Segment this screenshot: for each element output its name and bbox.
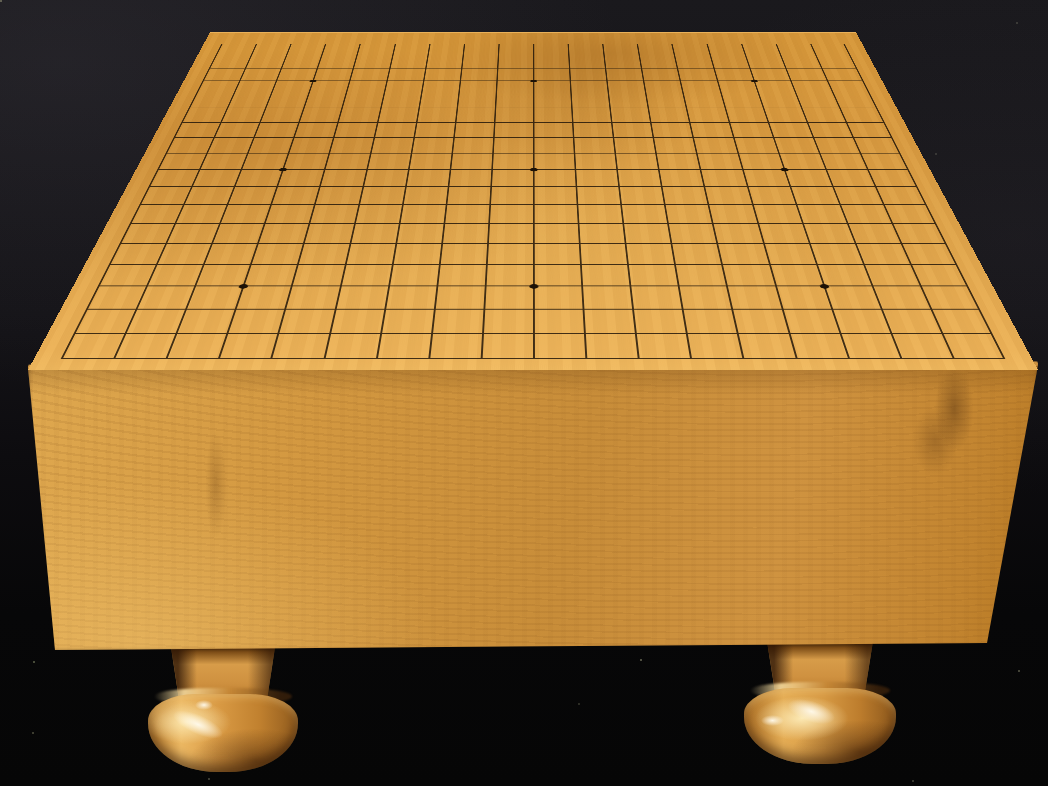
grid-cell[interactable]: [635, 333, 690, 359]
grid-cell[interactable]: [487, 223, 533, 243]
grid-cell[interactable]: [384, 286, 436, 309]
grid-cell[interactable]: [780, 56, 821, 68]
grid-cell[interactable]: [611, 122, 653, 137]
grid-cell[interactable]: [376, 333, 431, 359]
grid-cell[interactable]: [195, 264, 251, 286]
grid-cell[interactable]: [753, 81, 795, 94]
grid-cell[interactable]: [630, 286, 682, 309]
grid-cell[interactable]: [416, 108, 457, 122]
grid-cell[interactable]: [680, 81, 720, 94]
grid-cell[interactable]: [671, 243, 722, 264]
grid-cell[interactable]: [349, 223, 398, 243]
grid-cell[interactable]: [490, 169, 533, 186]
grid-cell[interactable]: [450, 153, 493, 169]
grid-cell[interactable]: [345, 243, 396, 264]
grid-cell[interactable]: [233, 81, 276, 94]
grid-cell[interactable]: [436, 264, 486, 286]
grid-cell[interactable]: [767, 122, 812, 137]
grid-cell[interactable]: [183, 186, 234, 204]
grid-cell[interactable]: [458, 81, 496, 94]
grid-cell[interactable]: [239, 68, 281, 81]
grid-cell[interactable]: [405, 169, 450, 186]
grid-cell[interactable]: [413, 122, 455, 137]
grid-cell[interactable]: [254, 122, 299, 137]
grid-cell[interactable]: [643, 81, 683, 94]
grid-cell[interactable]: [319, 169, 366, 186]
grid-cell[interactable]: [655, 153, 700, 169]
grid-cell[interactable]: [615, 153, 659, 169]
grid-cell[interactable]: [533, 68, 570, 81]
grid-cell[interactable]: [674, 264, 726, 286]
grid-cell[interactable]: [752, 204, 802, 223]
grid-cell[interactable]: [810, 44, 851, 56]
grid-cell[interactable]: [717, 243, 769, 264]
grid-cell[interactable]: [324, 153, 369, 169]
grid-cell[interactable]: [488, 204, 533, 223]
grid-cell[interactable]: [199, 153, 247, 169]
grid-cell[interactable]: [696, 153, 741, 169]
grid-cell[interactable]: [276, 68, 317, 81]
grid-cell[interactable]: [533, 169, 576, 186]
grid-cell[interactable]: [708, 204, 757, 223]
grid-cell[interactable]: [653, 137, 696, 153]
grid-cell[interactable]: [451, 137, 493, 153]
grid-cell[interactable]: [392, 44, 429, 56]
grid-cell[interactable]: [778, 153, 825, 169]
star-point: [819, 284, 830, 289]
grid-cell[interactable]: [667, 223, 716, 243]
grid-cell[interactable]: [620, 204, 667, 223]
grid-cell[interactable]: [338, 108, 380, 122]
grid-cell[interactable]: [609, 108, 650, 122]
grid-cell[interactable]: [446, 186, 491, 204]
grid-cell[interactable]: [271, 333, 329, 359]
grid-cell[interactable]: [700, 169, 747, 186]
grid-cell[interactable]: [795, 94, 839, 108]
star-point: [780, 168, 789, 171]
grid-cell[interactable]: [575, 169, 619, 186]
grid-cell[interactable]: [439, 243, 487, 264]
grid-cell[interactable]: [203, 68, 245, 81]
grid-cell[interactable]: [321, 44, 360, 56]
grid-cell[interactable]: [783, 169, 832, 186]
grid-cell[interactable]: [486, 243, 533, 264]
grid-cell[interactable]: [891, 223, 946, 243]
grid-cell[interactable]: [166, 333, 227, 359]
grid-cell[interactable]: [533, 286, 583, 309]
grid-cell[interactable]: [533, 108, 572, 122]
grid-cell[interactable]: [227, 186, 277, 204]
grid-cell[interactable]: [227, 94, 271, 108]
grid-cell[interactable]: [241, 153, 288, 169]
grid-cell[interactable]: [423, 68, 461, 81]
grid-cell[interactable]: [207, 137, 254, 153]
grid-cell[interactable]: [533, 81, 570, 94]
grid-cell[interactable]: [314, 186, 362, 204]
grid-cell[interactable]: [569, 68, 606, 81]
grid-cell[interactable]: [762, 108, 806, 122]
grid-cell[interactable]: [733, 137, 778, 153]
grid-cell[interactable]: [533, 223, 579, 243]
grid-cell[interactable]: [686, 333, 743, 359]
grid-cell[interactable]: [533, 56, 569, 68]
grid-cell[interactable]: [317, 56, 356, 68]
grid-cell[interactable]: [392, 243, 441, 264]
grid-cell[interactable]: [389, 56, 427, 68]
grid-cell[interactable]: [221, 108, 266, 122]
grid-cell[interactable]: [334, 286, 388, 309]
grid-cell[interactable]: [260, 108, 304, 122]
grid-cell[interactable]: [443, 204, 489, 223]
grid-cell[interactable]: [574, 153, 617, 169]
grid-cell[interactable]: [686, 108, 728, 122]
grid-cell[interactable]: [251, 44, 291, 56]
grid-cell[interactable]: [910, 264, 968, 286]
grid-cell[interactable]: [693, 137, 737, 153]
grid-cell[interactable]: [808, 243, 862, 264]
grid-cell[interactable]: [283, 153, 329, 169]
grid-cell[interactable]: [772, 137, 818, 153]
grid-cell[interactable]: [370, 137, 413, 153]
grid-cell[interactable]: [678, 286, 732, 309]
grid-cell[interactable]: [329, 309, 384, 333]
grid-cell[interactable]: [291, 264, 344, 286]
leg-gloss-highlight: [195, 700, 213, 710]
grid-cell[interactable]: [627, 264, 678, 286]
leg-gloss-highlight: [761, 715, 784, 726]
grid-cell[interactable]: [380, 309, 434, 333]
grid-cell[interactable]: [795, 204, 846, 223]
grid-cell[interactable]: [265, 94, 308, 108]
grid-cell[interactable]: [485, 264, 533, 286]
grid-cell[interactable]: [616, 169, 661, 186]
grid-cell[interactable]: [299, 108, 342, 122]
grid-cell[interactable]: [250, 243, 303, 264]
grid-cell[interactable]: [650, 122, 692, 137]
grid-cell[interactable]: [333, 122, 376, 137]
grid-cell[interactable]: [839, 108, 885, 122]
grid-cell[interactable]: [496, 81, 533, 94]
grid-cell[interactable]: [408, 153, 452, 169]
grid-cell[interactable]: [608, 94, 648, 108]
grid-cell[interactable]: [606, 81, 645, 94]
grid-cell[interactable]: [821, 68, 863, 81]
grid-cell[interactable]: [491, 153, 533, 169]
grid-cell[interactable]: [492, 137, 533, 153]
grid-cell[interactable]: [428, 333, 482, 359]
grid-cell[interactable]: [380, 94, 421, 108]
grid-cell[interactable]: [271, 81, 313, 94]
grid-cell[interactable]: [495, 94, 533, 108]
grid-cell[interactable]: [790, 81, 833, 94]
grid-cell[interactable]: [278, 309, 335, 333]
grid-cell[interactable]: [737, 333, 795, 359]
grid-cell[interactable]: [583, 309, 635, 333]
grid-cell[interactable]: [219, 204, 270, 223]
grid-cell[interactable]: [304, 94, 346, 108]
grid-cell[interactable]: [570, 81, 608, 94]
grid-cell[interactable]: [480, 333, 532, 359]
grid-cell[interactable]: [457, 94, 496, 108]
grid-cell[interactable]: [448, 169, 492, 186]
grid-cell[interactable]: [453, 122, 494, 137]
grid-cell[interactable]: [637, 44, 674, 56]
grid-cell[interactable]: [489, 186, 533, 204]
grid-cell[interactable]: [286, 44, 325, 56]
grid-cell[interactable]: [215, 44, 256, 56]
grid-cell[interactable]: [712, 223, 762, 243]
grid-cell[interactable]: [482, 309, 533, 333]
grid-cell[interactable]: [191, 169, 241, 186]
grid-cell[interactable]: [845, 122, 892, 137]
grid-cell[interactable]: [185, 286, 243, 309]
grid-cell[interactable]: [568, 44, 604, 56]
grid-cell[interactable]: [672, 44, 710, 56]
grid-cell[interactable]: [758, 94, 801, 108]
grid-cell[interactable]: [247, 137, 293, 153]
grid-cell[interactable]: [852, 137, 900, 153]
grid-cell[interactable]: [214, 122, 260, 137]
grid-cell[interactable]: [285, 286, 340, 309]
grid-cell[interactable]: [277, 169, 325, 186]
grid-cell[interactable]: [323, 333, 380, 359]
grid-cell[interactable]: [785, 68, 827, 81]
grid-cell[interactable]: [570, 94, 609, 108]
grid-cell[interactable]: [745, 56, 785, 68]
grid-cell[interactable]: [717, 81, 758, 94]
grid-cell[interactable]: [533, 204, 578, 223]
grid-cell[interactable]: [308, 81, 349, 94]
grid-cell[interactable]: [788, 333, 848, 359]
grid-cell[interactable]: [875, 186, 927, 204]
grid-cell[interactable]: [602, 44, 639, 56]
grid-cell[interactable]: [461, 56, 498, 68]
grid-cell[interactable]: [827, 81, 870, 94]
grid-cell[interactable]: [313, 68, 353, 81]
grid-cell[interactable]: [203, 243, 257, 264]
grid-cell[interactable]: [775, 286, 831, 309]
grid-cell[interactable]: [441, 223, 488, 243]
grid-cell[interactable]: [460, 68, 497, 81]
grid-cell[interactable]: [271, 186, 320, 204]
grid-cell[interactable]: [329, 137, 373, 153]
grid-cell[interactable]: [533, 243, 580, 264]
grid-cell[interactable]: [741, 44, 780, 56]
grid-cell[interactable]: [434, 286, 485, 309]
grid-cell[interactable]: [373, 122, 415, 137]
grid-cell[interactable]: [431, 309, 483, 333]
grid-cell[interactable]: [235, 286, 291, 309]
grid-cell[interactable]: [812, 137, 859, 153]
grid-cell[interactable]: [227, 309, 285, 333]
grid-cell[interactable]: [781, 309, 839, 333]
grid-cell[interactable]: [737, 153, 783, 169]
grid-cell[interactable]: [732, 309, 789, 333]
grid-cell[interactable]: [533, 186, 577, 204]
grid-cell[interactable]: [533, 44, 568, 56]
grid-cell[interactable]: [353, 56, 392, 68]
grid-cell[interactable]: [395, 223, 443, 243]
grid-cell[interactable]: [572, 122, 613, 137]
grid-cell[interactable]: [674, 56, 713, 68]
grid-cell[interactable]: [639, 56, 677, 68]
grid-cell[interactable]: [383, 81, 423, 94]
grid-cell[interactable]: [768, 264, 823, 286]
carpet-dust-specks: [0, 0, 2, 2]
grid-cell[interactable]: [683, 94, 724, 108]
grid-cell[interactable]: [757, 223, 809, 243]
grid-cell[interactable]: [388, 264, 439, 286]
grid-cell[interactable]: [533, 94, 571, 108]
grid-cell[interactable]: [581, 286, 632, 309]
grid-cell[interactable]: [623, 223, 671, 243]
grid-cell[interactable]: [900, 243, 957, 264]
grid-cell[interactable]: [721, 264, 774, 286]
grid-cell[interactable]: [763, 243, 816, 264]
grid-cell[interactable]: [661, 186, 708, 204]
grid-cell[interactable]: [349, 68, 389, 81]
grid-cell[interactable]: [706, 44, 745, 56]
grid-cell[interactable]: [411, 137, 454, 153]
star-point: [530, 80, 537, 83]
grid-cell[interactable]: [726, 286, 781, 309]
grid-cell[interactable]: [421, 81, 460, 94]
grid-cell[interactable]: [342, 94, 383, 108]
grid-cell[interactable]: [713, 68, 753, 81]
grid-cell[interactable]: [682, 309, 737, 333]
grid-cell[interactable]: [340, 264, 392, 286]
grid-cell[interactable]: [578, 223, 625, 243]
grid-cell[interactable]: [867, 169, 917, 186]
grid-cell[interactable]: [775, 44, 815, 56]
grid-cell[interactable]: [346, 81, 386, 94]
grid-cell[interactable]: [930, 309, 992, 333]
grid-cell[interactable]: [298, 243, 350, 264]
grid-cell[interactable]: [568, 56, 605, 68]
grid-cell[interactable]: [175, 204, 227, 223]
grid-cell[interactable]: [497, 56, 533, 68]
grid-cell[interactable]: [689, 122, 732, 137]
grid-cell[interactable]: [576, 186, 621, 204]
grid-cell[interactable]: [533, 153, 575, 169]
photo-scene: [0, 0, 1048, 786]
grid-cell[interactable]: [709, 56, 748, 68]
grid-cell[interactable]: [209, 56, 251, 68]
grid-cell[interactable]: [425, 56, 462, 68]
grid-cell[interactable]: [920, 286, 980, 309]
star-point: [750, 80, 758, 83]
grid-cell[interactable]: [806, 122, 852, 137]
goban-leg-left: [148, 646, 298, 772]
grid-cell[interactable]: [632, 309, 686, 333]
grid-cell[interactable]: [724, 108, 767, 122]
grid-cell[interactable]: [815, 56, 857, 68]
grid-cell[interactable]: [789, 186, 839, 204]
grid-cell[interactable]: [883, 204, 936, 223]
grid-cell[interactable]: [281, 56, 321, 68]
grid-cell[interactable]: [580, 264, 630, 286]
grid-cell[interactable]: [604, 56, 641, 68]
grid-cell[interactable]: [749, 68, 790, 81]
grid-cell[interactable]: [658, 169, 704, 186]
grid-cell[interactable]: [493, 122, 533, 137]
grid-cell[interactable]: [399, 204, 446, 223]
grid-cell[interactable]: [303, 223, 353, 243]
grid-cell[interactable]: [833, 94, 877, 108]
grid-cell[interactable]: [859, 153, 908, 169]
go-grid[interactable]: [61, 44, 1006, 359]
grid-cell[interactable]: [648, 108, 690, 122]
grid-cell[interactable]: [573, 137, 615, 153]
grid-cell[interactable]: [571, 108, 611, 122]
grid-cell[interactable]: [664, 204, 712, 223]
grid-cell[interactable]: [258, 223, 310, 243]
grid-cell[interactable]: [704, 186, 752, 204]
grid-cell[interactable]: [357, 44, 395, 56]
grid-cell[interactable]: [264, 204, 314, 223]
grid-cell[interactable]: [533, 137, 574, 153]
grid-cell[interactable]: [366, 153, 411, 169]
grid-cell[interactable]: [498, 44, 533, 56]
grid-cell[interactable]: [483, 286, 533, 309]
grid-cell[interactable]: [234, 169, 283, 186]
grid-cell[interactable]: [496, 68, 533, 81]
grid-cell[interactable]: [641, 68, 680, 81]
grid-cell[interactable]: [386, 68, 425, 81]
grid-cell[interactable]: [941, 333, 1005, 359]
grid-cell[interactable]: [533, 333, 586, 359]
grid-cell[interactable]: [377, 108, 419, 122]
grid-cell[interactable]: [677, 68, 717, 81]
grid-cell[interactable]: [618, 186, 664, 204]
grid-cell[interactable]: [362, 169, 408, 186]
grid-cell[interactable]: [218, 333, 278, 359]
grid-cell[interactable]: [613, 137, 656, 153]
grid-cell[interactable]: [742, 169, 790, 186]
grid-cell[interactable]: [243, 264, 298, 286]
grid-cell[interactable]: [605, 68, 643, 81]
grid-cell[interactable]: [245, 56, 286, 68]
grid-cell[interactable]: [166, 223, 220, 243]
grid-cell[interactable]: [358, 186, 405, 204]
grid-cell[interactable]: [494, 108, 533, 122]
grid-cell[interactable]: [455, 108, 495, 122]
grid-cell[interactable]: [625, 243, 674, 264]
grid-cell[interactable]: [728, 122, 772, 137]
grid-cell[interactable]: [427, 44, 464, 56]
grid-cell[interactable]: [579, 243, 627, 264]
grid-cell[interactable]: [354, 204, 402, 223]
grid-cell[interactable]: [294, 122, 338, 137]
grid-cell[interactable]: [288, 137, 333, 153]
grid-cell[interactable]: [309, 204, 358, 223]
grid-cell[interactable]: [577, 204, 623, 223]
grid-cell[interactable]: [645, 94, 686, 108]
grid-cell[interactable]: [176, 309, 235, 333]
grid-cell[interactable]: [462, 44, 498, 56]
grid-cell[interactable]: [402, 186, 448, 204]
grid-cell[interactable]: [801, 108, 846, 122]
grid-cell[interactable]: [584, 333, 638, 359]
grid-cell[interactable]: [212, 223, 265, 243]
grid-cell[interactable]: [802, 223, 855, 243]
grid-cell[interactable]: [533, 309, 584, 333]
grid-cell[interactable]: [720, 94, 762, 108]
grid-cell[interactable]: [533, 122, 573, 137]
grid-cell[interactable]: [533, 264, 581, 286]
grid-cell[interactable]: [747, 186, 796, 204]
grid-cell[interactable]: [418, 94, 458, 108]
